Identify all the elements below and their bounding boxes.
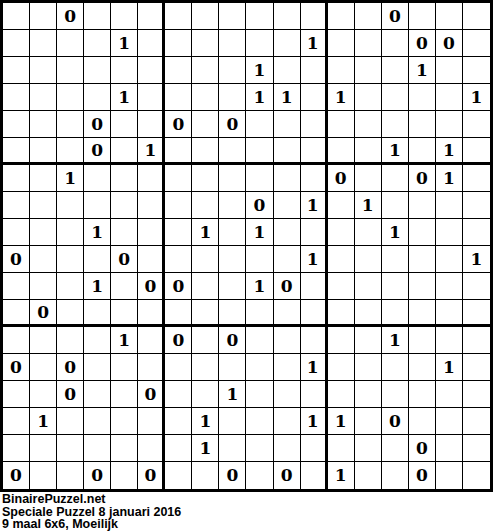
cell-r2c11[interactable] xyxy=(274,30,301,57)
cell-r10c18[interactable]: 1 xyxy=(463,246,490,273)
cell-r5c10[interactable] xyxy=(246,111,273,138)
cell-r16c3[interactable] xyxy=(57,408,84,435)
cell-r6c5[interactable] xyxy=(111,138,138,165)
cell-r5c8[interactable] xyxy=(192,111,219,138)
cell-r10c15[interactable] xyxy=(382,246,409,273)
cell-r18c12[interactable] xyxy=(301,462,328,489)
cell-r18c1[interactable]: 0 xyxy=(3,462,30,489)
cell-r8c18[interactable] xyxy=(463,192,490,219)
cell-r3c8[interactable] xyxy=(192,57,219,84)
cell-r18c8[interactable] xyxy=(192,462,219,489)
cell-r12c5[interactable] xyxy=(111,300,138,327)
cell-r9c18[interactable] xyxy=(463,219,490,246)
cell-r9c12[interactable] xyxy=(301,219,328,246)
cell-r17c16[interactable]: 0 xyxy=(409,435,436,462)
cell-r7c17[interactable]: 1 xyxy=(436,165,463,192)
cell-r3c3[interactable] xyxy=(57,57,84,84)
cell-r5c3[interactable] xyxy=(57,111,84,138)
cell-r11c4[interactable]: 1 xyxy=(84,273,111,300)
cell-r10c14[interactable] xyxy=(355,246,382,273)
cell-r8c1[interactable] xyxy=(3,192,30,219)
cell-r17c13[interactable] xyxy=(328,435,355,462)
cell-r1c17[interactable] xyxy=(436,3,463,30)
cell-r13c16[interactable] xyxy=(409,327,436,354)
cell-r8c16[interactable] xyxy=(409,192,436,219)
cell-r16c14[interactable] xyxy=(355,408,382,435)
cell-r18c10[interactable] xyxy=(246,462,273,489)
cell-r5c15[interactable] xyxy=(382,111,409,138)
cell-r10c10[interactable] xyxy=(246,246,273,273)
cell-r14c1[interactable]: 0 xyxy=(3,354,30,381)
cell-r12c11[interactable] xyxy=(274,300,301,327)
cell-r5c17[interactable] xyxy=(436,111,463,138)
cell-r4c12[interactable] xyxy=(301,84,328,111)
cell-r1c15[interactable]: 0 xyxy=(382,3,409,30)
cell-r2c6[interactable] xyxy=(138,30,165,57)
cell-r12c3[interactable] xyxy=(57,300,84,327)
cell-r16c5[interactable] xyxy=(111,408,138,435)
cell-r18c4[interactable]: 0 xyxy=(84,462,111,489)
cell-r2c3[interactable] xyxy=(57,30,84,57)
cell-r2c10[interactable] xyxy=(246,30,273,57)
cell-r7c8[interactable] xyxy=(192,165,219,192)
cell-r9c13[interactable] xyxy=(328,219,355,246)
cell-r5c1[interactable] xyxy=(3,111,30,138)
cell-r7c13[interactable]: 0 xyxy=(328,165,355,192)
cell-r17c2[interactable] xyxy=(30,435,57,462)
cell-r14c7[interactable] xyxy=(165,354,192,381)
cell-r10c1[interactable]: 0 xyxy=(3,246,30,273)
cell-r10c6[interactable] xyxy=(138,246,165,273)
cell-r3c15[interactable] xyxy=(382,57,409,84)
cell-r11c6[interactable]: 0 xyxy=(138,273,165,300)
cell-r18c5[interactable] xyxy=(111,462,138,489)
cell-r17c17[interactable] xyxy=(436,435,463,462)
cell-r14c11[interactable] xyxy=(274,354,301,381)
cell-r12c15[interactable] xyxy=(382,300,409,327)
cell-r15c2[interactable] xyxy=(30,381,57,408)
cell-r12c10[interactable] xyxy=(246,300,273,327)
cell-r12c13[interactable] xyxy=(328,300,355,327)
cell-r4c1[interactable] xyxy=(3,84,30,111)
cell-r10c11[interactable] xyxy=(274,246,301,273)
cell-r13c8[interactable] xyxy=(192,327,219,354)
cell-r15c15[interactable] xyxy=(382,381,409,408)
cell-r16c8[interactable]: 1 xyxy=(192,408,219,435)
cell-r14c15[interactable] xyxy=(382,354,409,381)
cell-r17c18[interactable] xyxy=(463,435,490,462)
cell-r4c13[interactable]: 1 xyxy=(328,84,355,111)
cell-r8c8[interactable] xyxy=(192,192,219,219)
cell-r17c1[interactable] xyxy=(3,435,30,462)
cell-r2c9[interactable] xyxy=(219,30,246,57)
cell-r13c1[interactable] xyxy=(3,327,30,354)
cell-r18c7[interactable] xyxy=(165,462,192,489)
cell-r11c12[interactable] xyxy=(301,273,328,300)
cell-r17c6[interactable] xyxy=(138,435,165,462)
cell-r3c6[interactable] xyxy=(138,57,165,84)
cell-r14c3[interactable]: 0 xyxy=(57,354,84,381)
cell-r8c3[interactable] xyxy=(57,192,84,219)
cell-r14c12[interactable]: 1 xyxy=(301,354,328,381)
cell-r15c17[interactable] xyxy=(436,381,463,408)
cell-r11c14[interactable] xyxy=(355,273,382,300)
cell-r12c18[interactable] xyxy=(463,300,490,327)
cell-r3c13[interactable] xyxy=(328,57,355,84)
cell-r8c10[interactable]: 0 xyxy=(246,192,273,219)
cell-r7c12[interactable] xyxy=(301,165,328,192)
cell-r11c17[interactable] xyxy=(436,273,463,300)
cell-r8c6[interactable] xyxy=(138,192,165,219)
cell-r2c1[interactable] xyxy=(3,30,30,57)
cell-r3c14[interactable] xyxy=(355,57,382,84)
cell-r17c15[interactable] xyxy=(382,435,409,462)
cell-r14c2[interactable] xyxy=(30,354,57,381)
cell-r3c16[interactable]: 1 xyxy=(409,57,436,84)
cell-r7c16[interactable]: 0 xyxy=(409,165,436,192)
cell-r15c12[interactable] xyxy=(301,381,328,408)
cell-r5c7[interactable]: 0 xyxy=(165,111,192,138)
cell-r4c11[interactable]: 1 xyxy=(274,84,301,111)
cell-r17c7[interactable] xyxy=(165,435,192,462)
cell-r11c13[interactable] xyxy=(328,273,355,300)
cell-r16c1[interactable] xyxy=(3,408,30,435)
cell-r9c1[interactable] xyxy=(3,219,30,246)
cell-r4c4[interactable] xyxy=(84,84,111,111)
cell-r7c15[interactable] xyxy=(382,165,409,192)
cell-r4c10[interactable]: 1 xyxy=(246,84,273,111)
cell-r14c14[interactable] xyxy=(355,354,382,381)
cell-r5c14[interactable] xyxy=(355,111,382,138)
cell-r16c13[interactable]: 1 xyxy=(328,408,355,435)
cell-r7c10[interactable] xyxy=(246,165,273,192)
cell-r1c8[interactable] xyxy=(192,3,219,30)
cell-r18c6[interactable]: 0 xyxy=(138,462,165,489)
cell-r2c7[interactable] xyxy=(165,30,192,57)
cell-r6c15[interactable]: 1 xyxy=(382,138,409,165)
cell-r7c14[interactable] xyxy=(355,165,382,192)
cell-r8c17[interactable] xyxy=(436,192,463,219)
cell-r18c14[interactable] xyxy=(355,462,382,489)
cell-r4c2[interactable] xyxy=(30,84,57,111)
cell-r11c18[interactable] xyxy=(463,273,490,300)
cell-r1c11[interactable] xyxy=(274,3,301,30)
cell-r6c7[interactable] xyxy=(165,138,192,165)
cell-r6c1[interactable] xyxy=(3,138,30,165)
cell-r8c12[interactable]: 1 xyxy=(301,192,328,219)
cell-r9c14[interactable] xyxy=(355,219,382,246)
cell-r5c12[interactable] xyxy=(301,111,328,138)
cell-r15c16[interactable] xyxy=(409,381,436,408)
cell-r12c1[interactable] xyxy=(3,300,30,327)
cell-r10c2[interactable] xyxy=(30,246,57,273)
cell-r10c5[interactable]: 0 xyxy=(111,246,138,273)
cell-r17c14[interactable] xyxy=(355,435,382,462)
cell-r3c11[interactable] xyxy=(274,57,301,84)
cell-r1c10[interactable] xyxy=(246,3,273,30)
cell-r18c15[interactable] xyxy=(382,462,409,489)
cell-r4c8[interactable] xyxy=(192,84,219,111)
cell-r6c8[interactable] xyxy=(192,138,219,165)
cell-r12c7[interactable] xyxy=(165,300,192,327)
cell-r14c10[interactable] xyxy=(246,354,273,381)
cell-r7c2[interactable] xyxy=(30,165,57,192)
cell-r1c3[interactable]: 0 xyxy=(57,3,84,30)
cell-r12c9[interactable] xyxy=(219,300,246,327)
cell-r1c6[interactable] xyxy=(138,3,165,30)
cell-r10c8[interactable] xyxy=(192,246,219,273)
cell-r9c5[interactable] xyxy=(111,219,138,246)
cell-r15c3[interactable]: 0 xyxy=(57,381,84,408)
cell-r12c12[interactable] xyxy=(301,300,328,327)
cell-r11c10[interactable]: 1 xyxy=(246,273,273,300)
cell-r1c5[interactable] xyxy=(111,3,138,30)
cell-r14c16[interactable] xyxy=(409,354,436,381)
cell-r17c11[interactable] xyxy=(274,435,301,462)
cell-r13c9[interactable]: 0 xyxy=(219,327,246,354)
cell-r16c17[interactable] xyxy=(436,408,463,435)
cell-r13c7[interactable]: 0 xyxy=(165,327,192,354)
cell-r7c9[interactable] xyxy=(219,165,246,192)
cell-r13c10[interactable] xyxy=(246,327,273,354)
cell-r10c4[interactable] xyxy=(84,246,111,273)
cell-r14c18[interactable] xyxy=(463,354,490,381)
cell-r2c18[interactable] xyxy=(463,30,490,57)
cell-r4c5[interactable]: 1 xyxy=(111,84,138,111)
cell-r16c15[interactable]: 0 xyxy=(382,408,409,435)
cell-r18c16[interactable]: 0 xyxy=(409,462,436,489)
cell-r6c14[interactable] xyxy=(355,138,382,165)
cell-r7c4[interactable] xyxy=(84,165,111,192)
cell-r15c11[interactable] xyxy=(274,381,301,408)
cell-r5c16[interactable] xyxy=(409,111,436,138)
cell-r17c9[interactable] xyxy=(219,435,246,462)
cell-r6c11[interactable] xyxy=(274,138,301,165)
cell-r9c7[interactable] xyxy=(165,219,192,246)
cell-r15c6[interactable]: 0 xyxy=(138,381,165,408)
cell-r3c5[interactable] xyxy=(111,57,138,84)
cell-r17c8[interactable]: 1 xyxy=(192,435,219,462)
cell-r3c18[interactable] xyxy=(463,57,490,84)
cell-r15c4[interactable] xyxy=(84,381,111,408)
cell-r6c12[interactable] xyxy=(301,138,328,165)
cell-r12c6[interactable] xyxy=(138,300,165,327)
cell-r1c4[interactable] xyxy=(84,3,111,30)
cell-r6c2[interactable] xyxy=(30,138,57,165)
cell-r10c13[interactable] xyxy=(328,246,355,273)
cell-r3c12[interactable] xyxy=(301,57,328,84)
cell-r5c4[interactable]: 0 xyxy=(84,111,111,138)
cell-r12c8[interactable] xyxy=(192,300,219,327)
cell-r7c6[interactable] xyxy=(138,165,165,192)
cell-r13c14[interactable] xyxy=(355,327,382,354)
cell-r9c3[interactable] xyxy=(57,219,84,246)
cell-r10c3[interactable] xyxy=(57,246,84,273)
cell-r15c1[interactable] xyxy=(3,381,30,408)
cell-r2c2[interactable] xyxy=(30,30,57,57)
cell-r11c8[interactable] xyxy=(192,273,219,300)
cell-r17c3[interactable] xyxy=(57,435,84,462)
cell-r6c3[interactable] xyxy=(57,138,84,165)
cell-r4c3[interactable] xyxy=(57,84,84,111)
cell-r3c1[interactable] xyxy=(3,57,30,84)
cell-r5c13[interactable] xyxy=(328,111,355,138)
cell-r4c15[interactable] xyxy=(382,84,409,111)
cell-r2c15[interactable] xyxy=(382,30,409,57)
cell-r5c9[interactable]: 0 xyxy=(219,111,246,138)
cell-r3c17[interactable] xyxy=(436,57,463,84)
cell-r13c12[interactable] xyxy=(301,327,328,354)
cell-r1c16[interactable] xyxy=(409,3,436,30)
cell-r2c5[interactable]: 1 xyxy=(111,30,138,57)
cell-r3c2[interactable] xyxy=(30,57,57,84)
cell-r11c7[interactable]: 0 xyxy=(165,273,192,300)
cell-r18c17[interactable] xyxy=(436,462,463,489)
cell-r1c2[interactable] xyxy=(30,3,57,30)
cell-r7c11[interactable] xyxy=(274,165,301,192)
cell-r4c6[interactable] xyxy=(138,84,165,111)
cell-r4c14[interactable] xyxy=(355,84,382,111)
cell-r8c4[interactable] xyxy=(84,192,111,219)
cell-r7c7[interactable] xyxy=(165,165,192,192)
cell-r15c13[interactable] xyxy=(328,381,355,408)
cell-r6c13[interactable] xyxy=(328,138,355,165)
cell-r12c17[interactable] xyxy=(436,300,463,327)
cell-r14c17[interactable]: 1 xyxy=(436,354,463,381)
cell-r8c15[interactable] xyxy=(382,192,409,219)
cell-r16c18[interactable] xyxy=(463,408,490,435)
cell-r1c7[interactable] xyxy=(165,3,192,30)
cell-r9c8[interactable]: 1 xyxy=(192,219,219,246)
cell-r8c7[interactable] xyxy=(165,192,192,219)
cell-r16c6[interactable] xyxy=(138,408,165,435)
cell-r5c5[interactable] xyxy=(111,111,138,138)
cell-r8c9[interactable] xyxy=(219,192,246,219)
cell-r13c15[interactable]: 1 xyxy=(382,327,409,354)
cell-r9c17[interactable] xyxy=(436,219,463,246)
cell-r1c13[interactable] xyxy=(328,3,355,30)
cell-r16c7[interactable] xyxy=(165,408,192,435)
cell-r2c13[interactable] xyxy=(328,30,355,57)
cell-r16c2[interactable]: 1 xyxy=(30,408,57,435)
cell-r13c13[interactable] xyxy=(328,327,355,354)
cell-r11c9[interactable] xyxy=(219,273,246,300)
cell-r14c8[interactable] xyxy=(192,354,219,381)
cell-r17c12[interactable] xyxy=(301,435,328,462)
cell-r10c17[interactable] xyxy=(436,246,463,273)
cell-r15c18[interactable] xyxy=(463,381,490,408)
cell-r16c9[interactable] xyxy=(219,408,246,435)
cell-r2c12[interactable]: 1 xyxy=(301,30,328,57)
cell-r11c11[interactable]: 0 xyxy=(274,273,301,300)
cell-r15c5[interactable] xyxy=(111,381,138,408)
cell-r2c14[interactable] xyxy=(355,30,382,57)
cell-r16c12[interactable]: 1 xyxy=(301,408,328,435)
cell-r18c18[interactable] xyxy=(463,462,490,489)
cell-r11c15[interactable] xyxy=(382,273,409,300)
cell-r6c9[interactable] xyxy=(219,138,246,165)
cell-r2c17[interactable]: 0 xyxy=(436,30,463,57)
cell-r6c10[interactable] xyxy=(246,138,273,165)
cell-r12c16[interactable] xyxy=(409,300,436,327)
cell-r16c10[interactable] xyxy=(246,408,273,435)
cell-r17c5[interactable] xyxy=(111,435,138,462)
cell-r8c2[interactable] xyxy=(30,192,57,219)
cell-r1c12[interactable] xyxy=(301,3,328,30)
cell-r14c5[interactable] xyxy=(111,354,138,381)
cell-r17c10[interactable] xyxy=(246,435,273,462)
cell-r11c16[interactable] xyxy=(409,273,436,300)
cell-r14c4[interactable] xyxy=(84,354,111,381)
cell-r10c7[interactable] xyxy=(165,246,192,273)
cell-r13c11[interactable] xyxy=(274,327,301,354)
cell-r7c18[interactable] xyxy=(463,165,490,192)
cell-r15c7[interactable] xyxy=(165,381,192,408)
cell-r13c17[interactable] xyxy=(436,327,463,354)
cell-r9c10[interactable]: 1 xyxy=(246,219,273,246)
cell-r9c2[interactable] xyxy=(30,219,57,246)
cell-r11c2[interactable] xyxy=(30,273,57,300)
cell-r9c4[interactable]: 1 xyxy=(84,219,111,246)
cell-r9c11[interactable] xyxy=(274,219,301,246)
cell-r11c3[interactable] xyxy=(57,273,84,300)
cell-r12c2[interactable]: 0 xyxy=(30,300,57,327)
cell-r9c16[interactable] xyxy=(409,219,436,246)
cell-r3c10[interactable]: 1 xyxy=(246,57,273,84)
cell-r13c4[interactable] xyxy=(84,327,111,354)
cell-r4c17[interactable] xyxy=(436,84,463,111)
cell-r5c18[interactable] xyxy=(463,111,490,138)
cell-r15c9[interactable]: 1 xyxy=(219,381,246,408)
cell-r5c6[interactable] xyxy=(138,111,165,138)
cell-r18c11[interactable]: 0 xyxy=(274,462,301,489)
cell-r7c3[interactable]: 1 xyxy=(57,165,84,192)
cell-r6c17[interactable]: 1 xyxy=(436,138,463,165)
cell-r10c12[interactable]: 1 xyxy=(301,246,328,273)
cell-r12c14[interactable] xyxy=(355,300,382,327)
cell-r9c9[interactable] xyxy=(219,219,246,246)
cell-r3c9[interactable] xyxy=(219,57,246,84)
cell-r2c16[interactable]: 0 xyxy=(409,30,436,57)
cell-r16c11[interactable] xyxy=(274,408,301,435)
cell-r10c16[interactable] xyxy=(409,246,436,273)
cell-r4c18[interactable]: 1 xyxy=(463,84,490,111)
cell-r6c4[interactable]: 0 xyxy=(84,138,111,165)
cell-r17c4[interactable] xyxy=(84,435,111,462)
cell-r15c8[interactable] xyxy=(192,381,219,408)
cell-r13c6[interactable] xyxy=(138,327,165,354)
cell-r7c5[interactable] xyxy=(111,165,138,192)
cell-r13c18[interactable] xyxy=(463,327,490,354)
cell-r6c18[interactable] xyxy=(463,138,490,165)
cell-r16c4[interactable] xyxy=(84,408,111,435)
cell-r18c3[interactable] xyxy=(57,462,84,489)
cell-r13c5[interactable]: 1 xyxy=(111,327,138,354)
cell-r3c7[interactable] xyxy=(165,57,192,84)
cell-r18c2[interactable] xyxy=(30,462,57,489)
cell-r10c9[interactable] xyxy=(219,246,246,273)
cell-r2c4[interactable] xyxy=(84,30,111,57)
cell-r4c16[interactable] xyxy=(409,84,436,111)
cell-r18c13[interactable]: 1 xyxy=(328,462,355,489)
cell-r5c2[interactable] xyxy=(30,111,57,138)
cell-r9c6[interactable] xyxy=(138,219,165,246)
cell-r9c15[interactable]: 1 xyxy=(382,219,409,246)
cell-r6c6[interactable]: 1 xyxy=(138,138,165,165)
cell-r1c1[interactable] xyxy=(3,3,30,30)
cell-r14c9[interactable] xyxy=(219,354,246,381)
cell-r13c2[interactable] xyxy=(30,327,57,354)
